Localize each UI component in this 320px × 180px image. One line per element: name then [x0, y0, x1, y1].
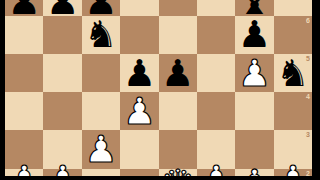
rank-label-4: 4: [306, 93, 310, 100]
square-h6[interactable]: 6: [274, 16, 312, 54]
square-c5[interactable]: [82, 54, 120, 92]
square-b7[interactable]: ♟: [43, 0, 81, 16]
square-a4[interactable]: [5, 92, 43, 130]
square-g5[interactable]: ♟: [235, 54, 273, 92]
piece-white-p-a2[interactable]: ♟: [5, 161, 43, 176]
square-e7[interactable]: [159, 0, 197, 16]
square-f6[interactable]: [197, 16, 235, 54]
square-a6[interactable]: [5, 16, 43, 54]
square-a5[interactable]: [5, 54, 43, 92]
square-g2[interactable]: ♝: [235, 169, 273, 176]
square-f4[interactable]: [197, 92, 235, 130]
square-d2[interactable]: [120, 169, 158, 176]
square-a2[interactable]: ♟: [5, 169, 43, 176]
square-h2[interactable]: 2♟: [274, 169, 312, 176]
piece-white-p-c3[interactable]: ♟: [82, 130, 120, 168]
square-c4[interactable]: [82, 92, 120, 130]
square-h5[interactable]: 5♞: [274, 54, 312, 92]
square-e5[interactable]: ♟: [159, 54, 197, 92]
square-d4[interactable]: ♟: [120, 92, 158, 130]
piece-white-p-d4[interactable]: ♟: [120, 92, 158, 130]
rank-label-6: 6: [306, 17, 310, 24]
square-e4[interactable]: [159, 92, 197, 130]
piece-black-p-e5[interactable]: ♟: [159, 54, 197, 92]
piece-black-n-h5[interactable]: ♞: [274, 54, 312, 92]
piece-white-p-f2[interactable]: ♟: [197, 161, 235, 176]
piece-black-n-c6[interactable]: ♞: [82, 16, 120, 54]
square-b6[interactable]: [43, 16, 81, 54]
square-e6[interactable]: [159, 16, 197, 54]
piece-white-p-g5[interactable]: ♟: [235, 54, 273, 92]
rank-label-3: 3: [306, 131, 310, 138]
screenshot-stage: ♟♟♟♝♞♟6♟♟♟5♞♟4♟3♟♟♛♟♝2♟: [0, 0, 320, 180]
square-c3[interactable]: ♟: [82, 130, 120, 168]
square-b2[interactable]: ♟: [43, 169, 81, 176]
square-e2[interactable]: ♛: [159, 169, 197, 176]
square-h4[interactable]: 4: [274, 92, 312, 130]
square-d3[interactable]: [120, 130, 158, 168]
piece-white-b-g2[interactable]: ♝: [235, 165, 273, 176]
square-d5[interactable]: ♟: [120, 54, 158, 92]
square-h7[interactable]: [274, 0, 312, 16]
square-f5[interactable]: [197, 54, 235, 92]
square-g6[interactable]: ♟: [235, 16, 273, 54]
square-g4[interactable]: [235, 92, 273, 130]
square-f7[interactable]: [197, 0, 235, 16]
piece-white-p-h2[interactable]: ♟: [274, 161, 312, 176]
square-d6[interactable]: [120, 16, 158, 54]
piece-white-q-e2[interactable]: ♛: [159, 165, 197, 176]
chessboard: ♟♟♟♝♞♟6♟♟♟5♞♟4♟3♟♟♛♟♝2♟: [5, 0, 312, 176]
square-d7[interactable]: [120, 0, 158, 16]
piece-white-p-b2[interactable]: ♟: [43, 161, 81, 176]
square-f2[interactable]: ♟: [197, 169, 235, 176]
square-a7[interactable]: ♟: [5, 0, 43, 16]
square-c2[interactable]: [82, 169, 120, 176]
square-b4[interactable]: [43, 92, 81, 130]
square-c6[interactable]: ♞: [82, 16, 120, 54]
piece-black-p-d5[interactable]: ♟: [120, 54, 158, 92]
square-b5[interactable]: [43, 54, 81, 92]
piece-black-p-g6[interactable]: ♟: [235, 16, 273, 54]
board-viewport: ♟♟♟♝♞♟6♟♟♟5♞♟4♟3♟♟♛♟♝2♟: [5, 0, 312, 176]
